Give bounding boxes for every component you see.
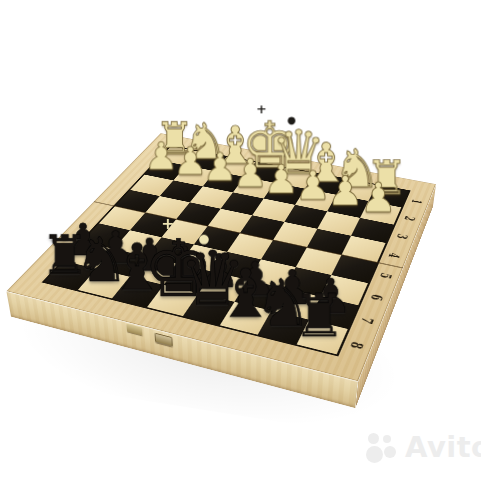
logo-dot <box>368 433 379 444</box>
rank-label-text: 1 <box>410 198 423 204</box>
piece-black-rook-a8[interactable]: ♜ <box>292 246 344 346</box>
black-queen-finial: ● <box>198 232 209 245</box>
clasp-latch <box>154 332 172 346</box>
black-rook-glyph: ♜ <box>292 286 344 345</box>
watermark-text: Avito <box>405 430 481 464</box>
avito-logo-icon <box>366 429 398 465</box>
logo-dot <box>383 435 391 443</box>
avito-watermark: Avito <box>366 429 481 465</box>
product-photo-scene: 12345678 ♜♞♝♚+♛●♝♞♜♟♟♟♟♟♟♟♟♟♟♟♟♟♟♟♟♜♞♝♚+… <box>0 0 481 480</box>
white-king-finial: + <box>256 102 267 115</box>
black-king-finial: + <box>161 215 174 231</box>
rank-label-text: 2 <box>403 215 416 221</box>
logo-dot <box>384 446 396 458</box>
logo-dot <box>366 446 383 463</box>
